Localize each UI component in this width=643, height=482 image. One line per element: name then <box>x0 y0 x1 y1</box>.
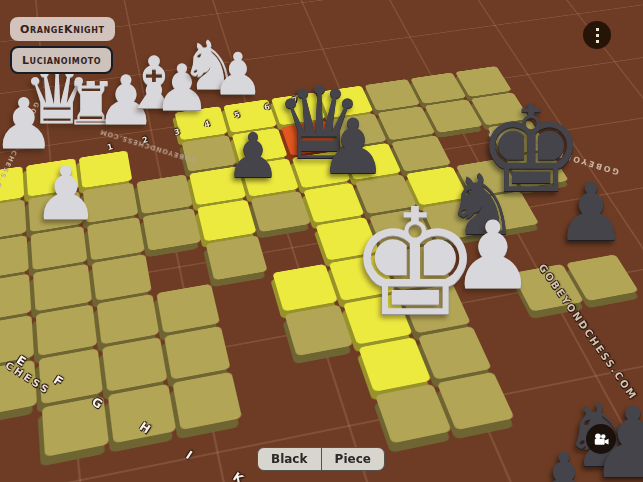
game-screen: GOBEYONDCHESS.COMGOBEYONDCHESS.COMGOBEYO… <box>0 0 643 482</box>
player-name-badge[interactable]: Lucianoimoto <box>10 46 113 74</box>
opponent-name-badge[interactable]: OrangeKnight <box>10 17 115 41</box>
kebab-menu-icon <box>596 34 599 37</box>
opponent-name: OrangeKnight <box>20 23 105 36</box>
black-pawn-center[interactable]: ♟ <box>319 109 387 185</box>
player-name: Lucianoimoto <box>22 54 101 67</box>
menu-button[interactable] <box>583 21 611 49</box>
camera-button[interactable] <box>586 424 616 454</box>
black-toggle-button[interactable]: Black <box>258 448 322 470</box>
white-pawn-right[interactable]: ♟ <box>451 209 535 303</box>
white-pawn-left[interactable]: ♟ <box>33 156 99 230</box>
kebab-menu-icon <box>596 40 599 43</box>
black-pawn-left[interactable]: ♟ <box>225 125 281 187</box>
highlight-move-tile[interactable] <box>272 264 338 312</box>
black-pawn-right[interactable]: ♟ <box>555 173 627 253</box>
piece-toggle-button[interactable]: Piece <box>322 448 385 470</box>
kebab-menu-icon <box>596 28 599 31</box>
white-reserve-pawn-4[interactable]: ♟ <box>212 45 264 103</box>
movie-camera-icon <box>593 433 610 446</box>
view-toggle: Black Piece <box>257 447 385 471</box>
